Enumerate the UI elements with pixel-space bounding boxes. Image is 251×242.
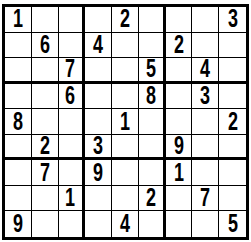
sudoku-cell-r1c3[interactable] [59,7,86,33]
given-digit: 5 [146,58,156,82]
given-digit: 2 [120,7,130,32]
sudoku-cell-r4c6: 8 [139,84,166,110]
sudoku-cell-r8c2[interactable] [32,186,59,212]
sudoku-cell-r1c2[interactable] [32,7,59,33]
sudoku-cell-r4c4[interactable] [85,84,112,110]
sudoku-cell-r3c6: 5 [139,58,166,84]
sudoku-cell-r6c2: 2 [32,135,59,161]
given-digit: 2 [146,186,156,211]
sudoku-cell-r9c1: 9 [5,211,32,237]
sudoku-cell-r9c9: 5 [219,211,246,237]
sudoku-cell-r7c5[interactable] [112,160,139,186]
given-digit: 7 [40,160,50,185]
sudoku-cell-r8c8: 7 [192,186,219,212]
sudoku-cell-r5c8[interactable] [192,109,219,135]
sudoku-cell-r3c8: 4 [192,58,219,84]
sudoku-cell-r6c6[interactable] [139,135,166,161]
sudoku-cell-r4c9[interactable] [219,84,246,110]
given-digit: 3 [200,84,210,109]
sudoku-cell-r7c8[interactable] [192,160,219,186]
sudoku-cell-r4c2[interactable] [32,84,59,110]
sudoku-cell-r2c2: 6 [32,33,59,59]
sudoku-cell-r3c2[interactable] [32,58,59,84]
sudoku-cell-r4c1[interactable] [5,84,32,110]
sudoku-cell-r2c3[interactable] [59,33,86,59]
given-digit: 3 [93,135,103,159]
given-digit: 6 [65,84,75,109]
given-digit: 9 [93,160,103,185]
sudoku-cell-r8c4[interactable] [85,186,112,212]
sudoku-cell-r5c6[interactable] [139,109,166,135]
sudoku-cell-r8c7[interactable] [166,186,193,212]
sudoku-board: 123642754683812239791127945 [2,4,249,240]
given-digit: 1 [174,160,184,185]
sudoku-cell-r1c4[interactable] [85,7,112,33]
sudoku-cell-r6c8[interactable] [192,135,219,161]
sudoku-cell-r7c4: 9 [85,160,112,186]
given-digit: 2 [40,135,50,159]
given-digit: 1 [65,186,75,211]
sudoku-cell-r6c1[interactable] [5,135,32,161]
sudoku-cell-r7c3[interactable] [59,160,86,186]
sudoku-cell-r7c2: 7 [32,160,59,186]
sudoku-cell-r3c4[interactable] [85,58,112,84]
sudoku-cell-r9c6[interactable] [139,211,166,237]
given-digit: 3 [228,7,238,32]
sudoku-cell-r1c5: 2 [112,7,139,33]
sudoku-cell-r1c8[interactable] [192,7,219,33]
sudoku-cell-r7c6[interactable] [139,160,166,186]
given-digit: 2 [228,109,238,134]
sudoku-cell-r8c5[interactable] [112,186,139,212]
sudoku-cell-r2c4: 4 [85,33,112,59]
sudoku-cell-r2c8[interactable] [192,33,219,59]
sudoku-cell-r1c9: 3 [219,7,246,33]
sudoku-cell-r4c8: 3 [192,84,219,110]
given-digit: 9 [174,135,184,159]
sudoku-cell-r2c5[interactable] [112,33,139,59]
sudoku-cell-r5c7[interactable] [166,109,193,135]
sudoku-cell-r8c3: 1 [59,186,86,212]
given-digit: 1 [13,7,23,32]
sudoku-cell-r4c5[interactable] [112,84,139,110]
sudoku-cell-r4c7[interactable] [166,84,193,110]
sudoku-cell-r7c9[interactable] [219,160,246,186]
given-digit: 4 [120,211,130,237]
sudoku-cell-r8c9[interactable] [219,186,246,212]
given-digit: 4 [93,33,103,58]
sudoku-cell-r3c5[interactable] [112,58,139,84]
sudoku-cell-r3c1[interactable] [5,58,32,84]
sudoku-cell-r9c3[interactable] [59,211,86,237]
sudoku-cell-r5c1: 8 [5,109,32,135]
sudoku-cell-r2c1[interactable] [5,33,32,59]
sudoku-cell-r8c6: 2 [139,186,166,212]
sudoku-cell-r1c7[interactable] [166,7,193,33]
sudoku-cell-r5c4[interactable] [85,109,112,135]
sudoku-cell-r5c5: 1 [112,109,139,135]
sudoku-cell-r2c9[interactable] [219,33,246,59]
given-digit: 8 [13,109,23,134]
sudoku-cell-r9c8[interactable] [192,211,219,237]
sudoku-cell-r9c2[interactable] [32,211,59,237]
sudoku-cell-r3c3: 7 [59,58,86,84]
sudoku-cell-r7c1[interactable] [5,160,32,186]
given-digit: 7 [200,186,210,211]
sudoku-cell-r9c7[interactable] [166,211,193,237]
sudoku-cell-r1c6[interactable] [139,7,166,33]
sudoku-cell-r2c7: 2 [166,33,193,59]
sudoku-cell-r6c3[interactable] [59,135,86,161]
given-digit: 2 [174,33,184,58]
sudoku-cell-r8c1[interactable] [5,186,32,212]
given-digit: 8 [146,84,156,109]
given-digit: 5 [228,211,238,237]
given-digit: 4 [200,58,210,82]
sudoku-cell-r5c3[interactable] [59,109,86,135]
sudoku-cell-r6c5[interactable] [112,135,139,161]
given-digit: 9 [13,211,23,237]
sudoku-cell-r6c4: 3 [85,135,112,161]
given-digit: 1 [120,109,130,134]
sudoku-cell-r9c4[interactable] [85,211,112,237]
given-digit: 7 [65,58,75,82]
sudoku-cell-r6c7: 9 [166,135,193,161]
sudoku-cell-r3c9[interactable] [219,58,246,84]
sudoku-cell-r4c3: 6 [59,84,86,110]
sudoku-cell-r5c9: 2 [219,109,246,135]
sudoku-cell-r6c9[interactable] [219,135,246,161]
sudoku-cell-r1c1: 1 [5,7,32,33]
sudoku-cell-r9c5: 4 [112,211,139,237]
sudoku-cell-r7c7: 1 [166,160,193,186]
sudoku-cell-r2c6[interactable] [139,33,166,59]
sudoku-cell-r5c2[interactable] [32,109,59,135]
given-digit: 6 [40,33,50,58]
sudoku-cell-r3c7[interactable] [166,58,193,84]
